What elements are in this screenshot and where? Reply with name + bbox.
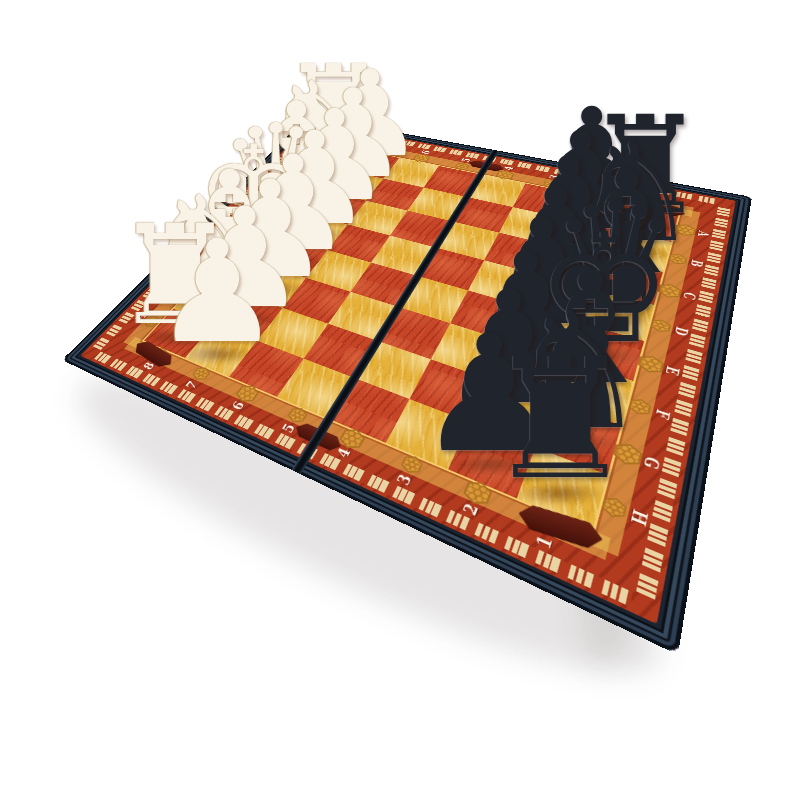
- chess-piece-black-rook[interactable]: ♜: [485, 337, 635, 504]
- chess-piece-white-pawn[interactable]: ♟: [154, 220, 281, 362]
- pieces-layer: ♜♟♞♟♝♟♟♛♜♟♟♚♞♟♟♝♝♟♟♞♛♟♟♜♟♚♟♝♟♞♟♜: [0, 0, 800, 800]
- product-photo-canvas: 8765432187654321ABCDEFGHABCDEFGH ♜♟♞♟♝♟♟…: [0, 0, 800, 800]
